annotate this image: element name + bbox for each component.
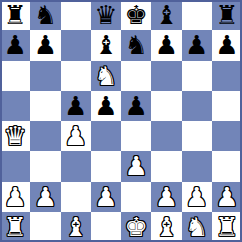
square-b1[interactable]: [30, 212, 60, 242]
square-g6[interactable]: [182, 61, 212, 91]
black-rook: ♜: [215, 2, 238, 28]
square-e6[interactable]: [121, 61, 151, 91]
square-b4[interactable]: [30, 121, 60, 151]
square-g4[interactable]: [182, 121, 212, 151]
white-rook: ♜: [215, 214, 238, 240]
white-pawn: ♟: [124, 153, 147, 179]
square-g7[interactable]: ♟: [182, 30, 212, 60]
black-pawn: ♟: [185, 32, 208, 58]
square-d3[interactable]: [91, 151, 121, 181]
white-bishop: ♝: [155, 214, 178, 240]
square-f5[interactable]: [151, 91, 181, 121]
square-g5[interactable]: [182, 91, 212, 121]
square-h6[interactable]: [212, 61, 242, 91]
square-c1[interactable]: ♝: [61, 212, 91, 242]
white-bishop: ♝: [64, 214, 87, 240]
square-c6[interactable]: [61, 61, 91, 91]
square-h8[interactable]: ♜: [212, 0, 242, 30]
square-f7[interactable]: ♟: [151, 30, 181, 60]
black-bishop: ♝: [155, 2, 178, 28]
square-d5[interactable]: ♟: [91, 91, 121, 121]
square-d1[interactable]: [91, 212, 121, 242]
black-pawn: ♟: [3, 32, 26, 58]
square-h3[interactable]: [212, 151, 242, 181]
square-g2[interactable]: ♟: [182, 182, 212, 212]
square-a4[interactable]: ♛: [0, 121, 30, 151]
square-e4[interactable]: [121, 121, 151, 151]
black-queen: ♛: [94, 2, 117, 28]
square-g8[interactable]: [182, 0, 212, 30]
square-e3[interactable]: ♟: [121, 151, 151, 181]
black-king: ♚: [124, 2, 147, 28]
square-c8[interactable]: [61, 0, 91, 30]
square-a7[interactable]: ♟: [0, 30, 30, 60]
square-f1[interactable]: ♝: [151, 212, 181, 242]
square-e7[interactable]: ♞: [121, 30, 151, 60]
square-h2[interactable]: ♟: [212, 182, 242, 212]
square-f8[interactable]: ♝: [151, 0, 181, 30]
square-a2[interactable]: ♟: [0, 182, 30, 212]
square-h5[interactable]: [212, 91, 242, 121]
square-b2[interactable]: ♟: [30, 182, 60, 212]
square-e2[interactable]: [121, 182, 151, 212]
black-knight: ♞: [124, 32, 147, 58]
chess-board: ♜♞♛♚♝♜♟♟♝♞♟♟♟♞♟♟♟♛♟♟♟♟♟♟♟♟♜♝♚♝♞♜: [0, 0, 242, 242]
square-d2[interactable]: ♟: [91, 182, 121, 212]
white-pawn: ♟: [94, 184, 117, 210]
white-pawn: ♟: [3, 184, 26, 210]
black-rook: ♜: [3, 2, 26, 28]
square-b7[interactable]: ♟: [30, 30, 60, 60]
black-pawn: ♟: [94, 93, 117, 119]
square-b5[interactable]: [30, 91, 60, 121]
black-pawn: ♟: [155, 32, 178, 58]
white-pawn: ♟: [215, 184, 238, 210]
white-pawn: ♟: [155, 184, 178, 210]
square-d6[interactable]: ♞: [91, 61, 121, 91]
square-a1[interactable]: ♜: [0, 212, 30, 242]
black-knight: ♞: [34, 2, 57, 28]
square-d4[interactable]: [91, 121, 121, 151]
black-pawn: ♟: [34, 32, 57, 58]
square-b6[interactable]: [30, 61, 60, 91]
square-d7[interactable]: ♝: [91, 30, 121, 60]
white-knight: ♞: [94, 63, 117, 89]
square-e5[interactable]: ♟: [121, 91, 151, 121]
white-rook: ♜: [3, 214, 26, 240]
black-bishop: ♝: [94, 32, 117, 58]
square-a3[interactable]: [0, 151, 30, 181]
square-b8[interactable]: ♞: [30, 0, 60, 30]
square-c5[interactable]: ♟: [61, 91, 91, 121]
square-c2[interactable]: [61, 182, 91, 212]
white-king: ♚: [124, 214, 147, 240]
square-f4[interactable]: [151, 121, 181, 151]
white-knight: ♞: [185, 214, 208, 240]
square-g1[interactable]: ♞: [182, 212, 212, 242]
square-c3[interactable]: [61, 151, 91, 181]
square-b3[interactable]: [30, 151, 60, 181]
square-h1[interactable]: ♜: [212, 212, 242, 242]
white-pawn: ♟: [34, 184, 57, 210]
square-a6[interactable]: [0, 61, 30, 91]
square-e1[interactable]: ♚: [121, 212, 151, 242]
white-pawn: ♟: [64, 123, 87, 149]
square-f2[interactable]: ♟: [151, 182, 181, 212]
square-g3[interactable]: [182, 151, 212, 181]
square-e8[interactable]: ♚: [121, 0, 151, 30]
black-pawn: ♟: [124, 93, 147, 119]
square-h4[interactable]: [212, 121, 242, 151]
white-pawn: ♟: [185, 184, 208, 210]
white-queen: ♛: [3, 123, 26, 149]
square-h7[interactable]: ♟: [212, 30, 242, 60]
square-d8[interactable]: ♛: [91, 0, 121, 30]
black-pawn: ♟: [64, 93, 87, 119]
square-a5[interactable]: [0, 91, 30, 121]
black-pawn: ♟: [215, 32, 238, 58]
square-f6[interactable]: [151, 61, 181, 91]
square-f3[interactable]: [151, 151, 181, 181]
square-c7[interactable]: [61, 30, 91, 60]
square-a8[interactable]: ♜: [0, 0, 30, 30]
square-c4[interactable]: ♟: [61, 121, 91, 151]
